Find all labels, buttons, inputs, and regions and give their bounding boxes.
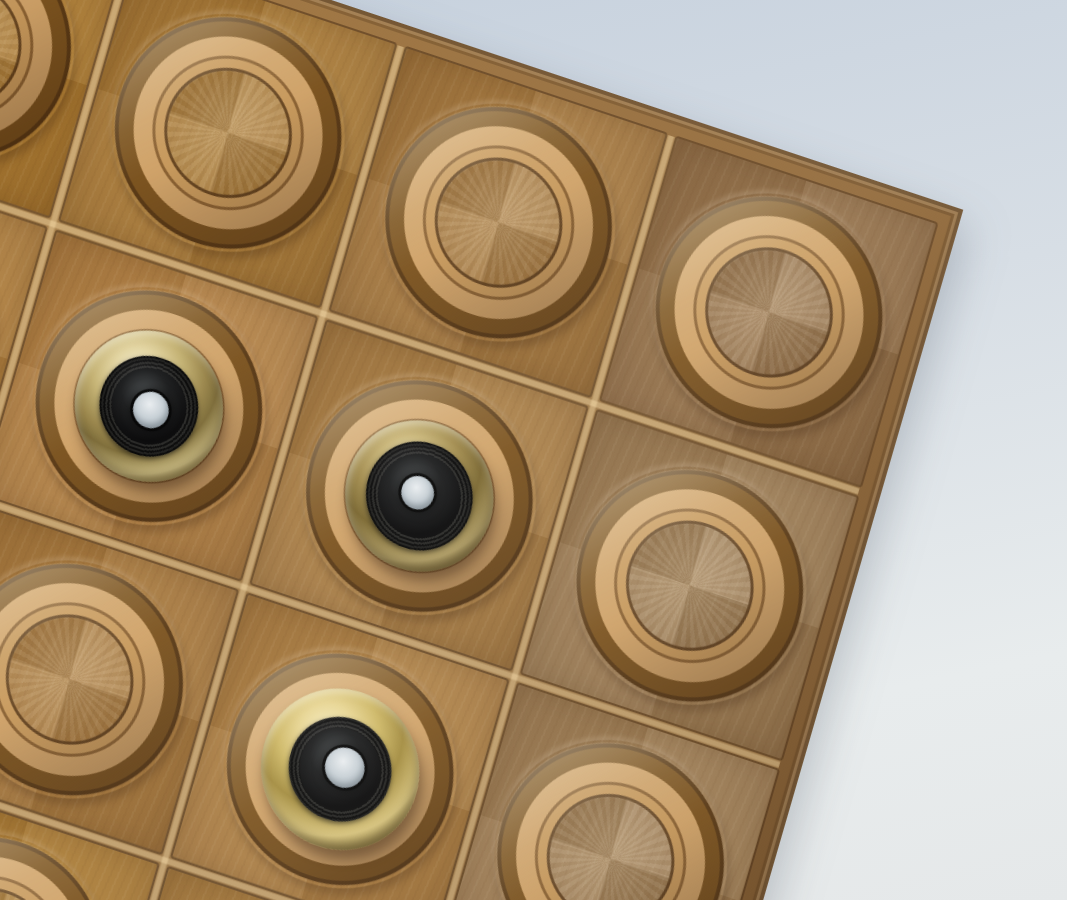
lens-barrel	[87, 342, 210, 469]
bulb-reflection	[320, 742, 369, 793]
lens-glass	[367, 442, 470, 549]
photo-backdrop	[0, 0, 1067, 900]
lens-glass	[102, 357, 195, 454]
carved-ring	[83, 0, 373, 283]
wood-panel-wrap	[0, 0, 963, 900]
carved-ring	[0, 529, 214, 830]
lens-barrel	[353, 427, 486, 565]
carved-ring	[465, 708, 755, 900]
bulb-reflection	[128, 386, 172, 432]
panel-grid	[0, 0, 936, 900]
bulb-reflection	[397, 472, 437, 514]
carved-ring	[353, 72, 643, 373]
lens-barrel	[276, 702, 404, 834]
carved-ring	[624, 161, 914, 462]
lens-glass	[289, 716, 390, 820]
carved-ring	[545, 435, 835, 736]
wood-panel-frame	[0, 0, 963, 900]
